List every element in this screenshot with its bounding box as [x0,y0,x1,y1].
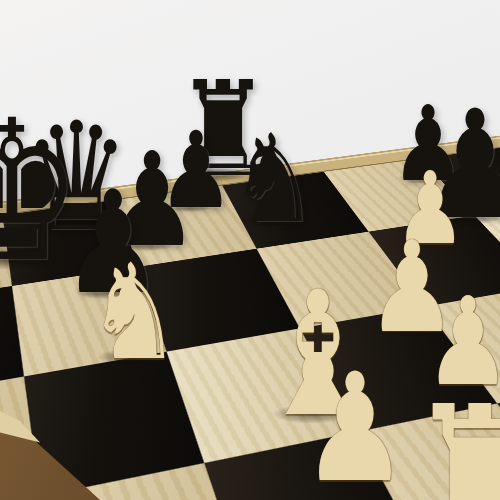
black-knight: ♞ [230,118,318,240]
white-pawn: ♟ [301,353,409,500]
white-knight: ♞ [87,246,182,378]
white-rook: ♜ [405,379,500,500]
chess-photo-scene: ♚♛♜♞♟♟♟♟♟♞♝♟♟♟♟♜ [0,0,500,500]
